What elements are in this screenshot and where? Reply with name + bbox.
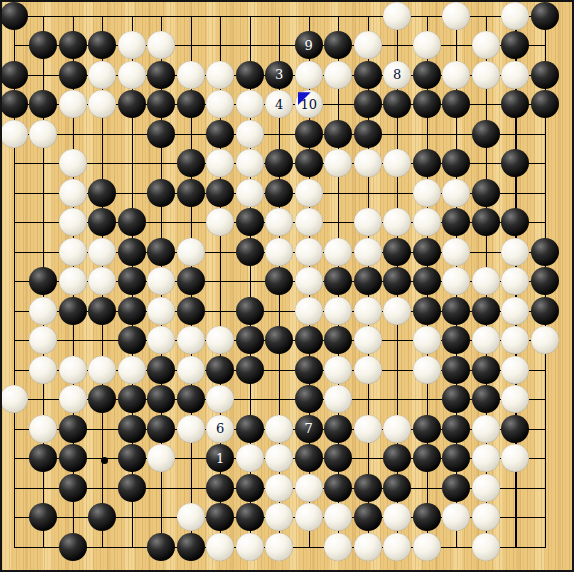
board-intersection[interactable]	[176, 237, 206, 267]
go-board[interactable]: 938410671	[0, 0, 574, 572]
board-intersection[interactable]	[383, 503, 413, 533]
board-intersection[interactable]	[206, 119, 236, 149]
board-intersection[interactable]	[383, 208, 413, 238]
board-intersection[interactable]	[383, 414, 413, 444]
board-intersection[interactable]	[58, 178, 88, 208]
board-intersection[interactable]	[176, 31, 206, 61]
board-intersection[interactable]	[265, 296, 295, 326]
board-intersection[interactable]	[29, 119, 59, 149]
board-intersection[interactable]	[29, 326, 59, 356]
board-intersection[interactable]	[412, 355, 442, 385]
board-intersection[interactable]	[353, 444, 383, 474]
board-intersection[interactable]: 4	[265, 90, 295, 120]
board-intersection[interactable]	[117, 1, 147, 31]
board-intersection[interactable]	[88, 90, 118, 120]
board-intersection[interactable]	[471, 355, 501, 385]
board-intersection[interactable]	[324, 208, 354, 238]
board-intersection[interactable]	[206, 1, 236, 31]
board-intersection[interactable]	[265, 414, 295, 444]
board-intersection[interactable]	[147, 31, 177, 61]
board-intersection[interactable]	[58, 473, 88, 503]
board-intersection[interactable]	[235, 385, 265, 415]
board-intersection[interactable]	[324, 31, 354, 61]
board-intersection[interactable]	[471, 296, 501, 326]
board-intersection[interactable]	[294, 119, 324, 149]
board-intersection[interactable]	[471, 444, 501, 474]
board-intersection[interactable]	[147, 90, 177, 120]
board-intersection[interactable]	[471, 237, 501, 267]
board-intersection[interactable]	[412, 1, 442, 31]
board-intersection[interactable]	[0, 60, 29, 90]
board-intersection[interactable]	[0, 385, 29, 415]
board-intersection[interactable]	[58, 1, 88, 31]
board-intersection[interactable]	[147, 237, 177, 267]
board-intersection[interactable]	[294, 532, 324, 562]
board-intersection[interactable]	[324, 90, 354, 120]
board-intersection[interactable]	[353, 237, 383, 267]
board-intersection[interactable]	[117, 326, 147, 356]
board-intersection[interactable]	[235, 90, 265, 120]
board-intersection[interactable]	[501, 473, 531, 503]
board-intersection[interactable]	[206, 267, 236, 297]
board-intersection[interactable]	[29, 503, 59, 533]
board-intersection[interactable]	[58, 385, 88, 415]
board-intersection[interactable]	[235, 119, 265, 149]
board-intersection[interactable]	[176, 444, 206, 474]
board-intersection[interactable]	[265, 385, 295, 415]
board-intersection[interactable]	[265, 237, 295, 267]
board-intersection[interactable]	[294, 178, 324, 208]
board-intersection[interactable]	[530, 355, 560, 385]
board-intersection[interactable]	[265, 149, 295, 179]
board-intersection[interactable]	[235, 149, 265, 179]
board-intersection[interactable]	[383, 326, 413, 356]
board-intersection[interactable]	[501, 31, 531, 61]
board-intersection[interactable]	[383, 237, 413, 267]
board-intersection[interactable]	[383, 355, 413, 385]
board-intersection[interactable]	[58, 237, 88, 267]
board-intersection[interactable]	[0, 326, 29, 356]
board-intersection[interactable]	[265, 1, 295, 31]
board-intersection[interactable]	[501, 208, 531, 238]
board-intersection[interactable]	[0, 237, 29, 267]
board-intersection[interactable]	[501, 444, 531, 474]
board-intersection[interactable]	[58, 149, 88, 179]
board-intersection[interactable]	[206, 90, 236, 120]
board-intersection[interactable]	[324, 237, 354, 267]
board-intersection[interactable]	[58, 296, 88, 326]
board-intersection[interactable]	[353, 473, 383, 503]
board-intersection[interactable]	[206, 208, 236, 238]
board-intersection[interactable]	[58, 60, 88, 90]
board-intersection[interactable]	[471, 31, 501, 61]
board-intersection[interactable]	[265, 119, 295, 149]
board-intersection[interactable]	[501, 60, 531, 90]
board-intersection[interactable]	[235, 31, 265, 61]
board-intersection[interactable]: 9	[294, 31, 324, 61]
board-intersection[interactable]	[88, 444, 118, 474]
board-intersection[interactable]	[324, 473, 354, 503]
board-intersection[interactable]	[501, 149, 531, 179]
board-intersection[interactable]	[29, 208, 59, 238]
board-intersection[interactable]	[176, 355, 206, 385]
board-intersection[interactable]	[383, 444, 413, 474]
board-intersection[interactable]	[412, 532, 442, 562]
board-intersection[interactable]	[29, 237, 59, 267]
board-intersection[interactable]	[353, 208, 383, 238]
board-intersection[interactable]	[88, 178, 118, 208]
board-intersection[interactable]	[530, 90, 560, 120]
board-intersection[interactable]	[29, 414, 59, 444]
board-intersection[interactable]	[147, 414, 177, 444]
board-intersection[interactable]	[117, 296, 147, 326]
board-intersection[interactable]	[471, 326, 501, 356]
board-intersection[interactable]	[58, 326, 88, 356]
board-intersection[interactable]	[206, 31, 236, 61]
board-intersection[interactable]	[117, 444, 147, 474]
board-intersection[interactable]	[324, 119, 354, 149]
board-intersection[interactable]	[383, 149, 413, 179]
board-intersection[interactable]	[58, 503, 88, 533]
board-intersection[interactable]	[442, 414, 472, 444]
board-intersection[interactable]	[0, 90, 29, 120]
board-intersection[interactable]	[0, 296, 29, 326]
board-intersection[interactable]	[530, 444, 560, 474]
board-intersection[interactable]	[206, 532, 236, 562]
board-intersection[interactable]	[412, 473, 442, 503]
board-intersection[interactable]	[324, 503, 354, 533]
board-intersection[interactable]	[29, 444, 59, 474]
board-intersection[interactable]	[442, 31, 472, 61]
board-intersection[interactable]	[117, 208, 147, 238]
board-intersection[interactable]	[206, 355, 236, 385]
board-intersection[interactable]	[147, 296, 177, 326]
board-intersection[interactable]	[235, 532, 265, 562]
board-intersection[interactable]	[235, 267, 265, 297]
board-intersection[interactable]	[117, 237, 147, 267]
board-intersection[interactable]	[176, 149, 206, 179]
board-intersection[interactable]: 3	[265, 60, 295, 90]
board-intersection[interactable]	[530, 385, 560, 415]
board-intersection[interactable]	[471, 1, 501, 31]
board-intersection[interactable]	[471, 208, 501, 238]
board-intersection[interactable]	[0, 1, 29, 31]
board-intersection[interactable]	[29, 149, 59, 179]
board-intersection[interactable]	[235, 208, 265, 238]
board-intersection[interactable]	[442, 178, 472, 208]
board-intersection[interactable]	[383, 385, 413, 415]
board-intersection[interactable]	[147, 60, 177, 90]
board-intersection[interactable]	[206, 149, 236, 179]
board-intersection[interactable]	[501, 119, 531, 149]
board-intersection[interactable]	[235, 414, 265, 444]
board-intersection[interactable]	[265, 503, 295, 533]
board-intersection[interactable]	[442, 208, 472, 238]
board-intersection[interactable]	[265, 326, 295, 356]
board-intersection[interactable]	[176, 532, 206, 562]
board-intersection[interactable]	[530, 267, 560, 297]
board-intersection[interactable]	[383, 178, 413, 208]
board-intersection[interactable]	[176, 1, 206, 31]
board-intersection[interactable]	[29, 90, 59, 120]
board-intersection[interactable]	[29, 355, 59, 385]
board-intersection[interactable]	[265, 444, 295, 474]
board-intersection[interactable]	[501, 503, 531, 533]
board-intersection[interactable]	[235, 296, 265, 326]
board-intersection[interactable]	[353, 503, 383, 533]
board-intersection[interactable]	[29, 60, 59, 90]
board-intersection[interactable]	[324, 444, 354, 474]
board-intersection[interactable]	[88, 473, 118, 503]
board-intersection[interactable]	[29, 1, 59, 31]
board-intersection[interactable]	[530, 503, 560, 533]
board-intersection[interactable]	[412, 119, 442, 149]
board-intersection[interactable]	[442, 326, 472, 356]
board-intersection[interactable]	[29, 178, 59, 208]
board-intersection[interactable]	[58, 267, 88, 297]
board-intersection[interactable]	[147, 355, 177, 385]
board-intersection[interactable]	[353, 385, 383, 415]
board-intersection[interactable]	[501, 178, 531, 208]
board-intersection[interactable]	[58, 31, 88, 61]
board-intersection[interactable]	[117, 31, 147, 61]
board-intersection[interactable]: 1	[206, 444, 236, 474]
board-intersection[interactable]	[206, 60, 236, 90]
board-intersection[interactable]	[383, 473, 413, 503]
board-intersection[interactable]	[206, 473, 236, 503]
board-intersection[interactable]	[324, 355, 354, 385]
board-intersection[interactable]	[294, 149, 324, 179]
board-intersection[interactable]	[235, 355, 265, 385]
board-intersection[interactable]	[147, 532, 177, 562]
board-intersection[interactable]	[0, 444, 29, 474]
board-intersection[interactable]	[0, 532, 29, 562]
board-intersection[interactable]	[501, 296, 531, 326]
board-intersection[interactable]	[412, 296, 442, 326]
board-intersection[interactable]	[471, 503, 501, 533]
board-intersection[interactable]	[383, 90, 413, 120]
board-intersection[interactable]	[88, 208, 118, 238]
board-intersection[interactable]	[294, 237, 324, 267]
board-intersection[interactable]	[442, 267, 472, 297]
board-intersection[interactable]	[471, 532, 501, 562]
board-intersection[interactable]	[353, 414, 383, 444]
board-intersection[interactable]: 8	[383, 60, 413, 90]
board-intersection[interactable]	[88, 119, 118, 149]
board-intersection[interactable]	[324, 296, 354, 326]
board-intersection[interactable]	[88, 237, 118, 267]
board-intersection[interactable]	[294, 326, 324, 356]
board-intersection[interactable]	[88, 296, 118, 326]
board-intersection[interactable]	[29, 296, 59, 326]
board-intersection[interactable]	[383, 296, 413, 326]
board-intersection[interactable]	[147, 208, 177, 238]
board-intersection[interactable]	[442, 90, 472, 120]
board-intersection[interactable]	[442, 119, 472, 149]
board-intersection[interactable]	[471, 267, 501, 297]
board-intersection[interactable]	[530, 149, 560, 179]
board-intersection[interactable]	[530, 31, 560, 61]
board-intersection[interactable]	[235, 237, 265, 267]
board-intersection[interactable]	[324, 1, 354, 31]
board-intersection[interactable]	[471, 60, 501, 90]
board-intersection[interactable]	[501, 90, 531, 120]
board-intersection[interactable]	[530, 473, 560, 503]
board-intersection[interactable]	[176, 90, 206, 120]
board-intersection[interactable]	[0, 208, 29, 238]
board-intersection[interactable]	[442, 237, 472, 267]
board-intersection[interactable]: 6	[206, 414, 236, 444]
board-intersection[interactable]	[412, 503, 442, 533]
board-intersection[interactable]	[0, 473, 29, 503]
board-intersection[interactable]	[0, 267, 29, 297]
board-intersection[interactable]	[353, 532, 383, 562]
board-intersection[interactable]	[294, 60, 324, 90]
board-intersection[interactable]	[294, 503, 324, 533]
board-intersection[interactable]	[412, 237, 442, 267]
board-intersection[interactable]	[147, 385, 177, 415]
board-intersection[interactable]	[324, 60, 354, 90]
board-intersection[interactable]	[29, 385, 59, 415]
board-intersection[interactable]	[176, 119, 206, 149]
board-intersection[interactable]	[0, 503, 29, 533]
board-intersection[interactable]	[117, 267, 147, 297]
board-intersection[interactable]	[353, 60, 383, 90]
board-intersection[interactable]	[235, 473, 265, 503]
board-intersection[interactable]	[176, 267, 206, 297]
board-intersection[interactable]	[501, 237, 531, 267]
board-intersection[interactable]	[88, 267, 118, 297]
board-intersection[interactable]	[324, 414, 354, 444]
board-intersection[interactable]	[383, 31, 413, 61]
board-intersection[interactable]	[501, 326, 531, 356]
board-intersection[interactable]	[88, 414, 118, 444]
board-intersection[interactable]	[88, 385, 118, 415]
board-intersection[interactable]	[88, 532, 118, 562]
board-intersection[interactable]	[442, 355, 472, 385]
board-intersection[interactable]	[117, 355, 147, 385]
board-intersection[interactable]	[235, 326, 265, 356]
board-intersection[interactable]	[442, 532, 472, 562]
board-intersection[interactable]	[117, 178, 147, 208]
board-intersection[interactable]	[383, 532, 413, 562]
board-intersection[interactable]	[206, 296, 236, 326]
board-intersection[interactable]	[442, 503, 472, 533]
board-intersection[interactable]	[471, 385, 501, 415]
board-intersection[interactable]	[176, 178, 206, 208]
board-intersection[interactable]	[353, 267, 383, 297]
board-intersection[interactable]	[176, 414, 206, 444]
board-intersection[interactable]	[471, 119, 501, 149]
board-intersection[interactable]	[530, 532, 560, 562]
board-intersection[interactable]	[530, 296, 560, 326]
board-intersection[interactable]	[501, 1, 531, 31]
board-intersection[interactable]	[471, 473, 501, 503]
board-intersection[interactable]	[0, 178, 29, 208]
board-intersection[interactable]	[324, 267, 354, 297]
board-intersection[interactable]	[0, 149, 29, 179]
board-intersection[interactable]	[501, 355, 531, 385]
board-intersection[interactable]	[117, 149, 147, 179]
board-intersection[interactable]	[442, 149, 472, 179]
board-intersection[interactable]	[501, 385, 531, 415]
board-intersection[interactable]	[294, 444, 324, 474]
board-intersection[interactable]	[58, 208, 88, 238]
board-intersection[interactable]	[176, 296, 206, 326]
board-intersection[interactable]	[471, 414, 501, 444]
board-intersection[interactable]	[206, 503, 236, 533]
board-intersection[interactable]	[206, 178, 236, 208]
board-intersection[interactable]	[442, 60, 472, 90]
board-intersection[interactable]	[88, 1, 118, 31]
board-intersection[interactable]	[0, 414, 29, 444]
board-intersection[interactable]	[235, 1, 265, 31]
board-intersection[interactable]	[294, 1, 324, 31]
board-intersection[interactable]	[29, 532, 59, 562]
board-intersection[interactable]	[501, 267, 531, 297]
board-intersection[interactable]	[117, 532, 147, 562]
board-intersection[interactable]	[501, 414, 531, 444]
board-intersection[interactable]	[0, 355, 29, 385]
board-intersection[interactable]	[324, 385, 354, 415]
board-intersection[interactable]	[412, 31, 442, 61]
board-intersection[interactable]	[265, 267, 295, 297]
board-intersection[interactable]	[412, 326, 442, 356]
board-intersection[interactable]	[353, 326, 383, 356]
board-intersection[interactable]: 7	[294, 414, 324, 444]
board-intersection[interactable]	[147, 149, 177, 179]
board-intersection[interactable]	[58, 119, 88, 149]
board-intersection[interactable]	[88, 60, 118, 90]
board-intersection[interactable]	[265, 31, 295, 61]
board-intersection[interactable]	[383, 267, 413, 297]
board-intersection[interactable]	[235, 503, 265, 533]
board-intersection[interactable]	[353, 119, 383, 149]
board-intersection[interactable]	[88, 503, 118, 533]
board-intersection[interactable]	[471, 90, 501, 120]
board-intersection[interactable]	[442, 473, 472, 503]
board-intersection[interactable]	[206, 385, 236, 415]
board-intersection[interactable]	[147, 1, 177, 31]
board-intersection[interactable]	[88, 355, 118, 385]
board-intersection[interactable]	[88, 326, 118, 356]
board-intersection[interactable]	[0, 119, 29, 149]
board-intersection[interactable]	[530, 178, 560, 208]
board-intersection[interactable]	[29, 267, 59, 297]
board-intersection[interactable]	[265, 208, 295, 238]
board-intersection[interactable]	[530, 119, 560, 149]
board-intersection[interactable]	[530, 208, 560, 238]
board-intersection[interactable]	[147, 326, 177, 356]
board-intersection[interactable]	[412, 444, 442, 474]
board-intersection[interactable]	[353, 355, 383, 385]
board-intersection[interactable]	[294, 355, 324, 385]
board-intersection[interactable]	[412, 208, 442, 238]
board-intersection[interactable]	[294, 267, 324, 297]
board-intersection[interactable]	[29, 31, 59, 61]
board-intersection[interactable]	[29, 473, 59, 503]
board-intersection[interactable]	[530, 60, 560, 90]
board-intersection[interactable]	[147, 119, 177, 149]
board-intersection[interactable]	[176, 473, 206, 503]
board-intersection[interactable]	[412, 60, 442, 90]
board-intersection[interactable]	[117, 414, 147, 444]
board-intersection[interactable]	[117, 90, 147, 120]
board-intersection[interactable]	[324, 178, 354, 208]
board-intersection[interactable]	[412, 90, 442, 120]
board-intersection[interactable]	[265, 355, 295, 385]
board-intersection[interactable]	[235, 60, 265, 90]
